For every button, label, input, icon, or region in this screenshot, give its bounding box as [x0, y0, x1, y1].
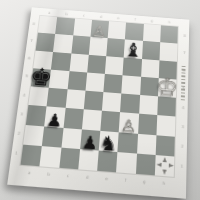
square-a6 — [33, 50, 53, 69]
square-e4 — [102, 92, 122, 112]
file-label-bottom-c: c — [67, 174, 70, 179]
square-e6 — [105, 56, 124, 75]
vinyl-chessboard-sheet: abcdefgh abcdefgh 87654321 87654321 ♙♝♚♔… — [7, 7, 189, 198]
rank-label-right-1: 1 — [180, 165, 183, 169]
square-h5: ♔ — [158, 78, 177, 98]
rank-label-right-4: 4 — [182, 106, 185, 110]
square-c7 — [71, 36, 90, 55]
square-g1 — [135, 153, 155, 175]
square-a4 — [28, 86, 49, 106]
file-label-bottom-g: g — [143, 180, 146, 185]
square-f8 — [125, 23, 143, 41]
square-d4 — [84, 91, 104, 111]
square-a7 — [36, 33, 56, 52]
square-f4 — [120, 93, 139, 113]
square-c3 — [63, 108, 83, 129]
square-d2: ♟ — [80, 129, 100, 150]
square-e3 — [100, 111, 120, 132]
square-g2 — [137, 133, 157, 154]
square-h3 — [156, 115, 175, 136]
square-h4 — [157, 96, 176, 116]
square-e7 — [106, 38, 125, 57]
square-g4 — [139, 95, 158, 115]
rank-label-left-7: 7 — [30, 39, 33, 43]
square-a1 — [21, 144, 43, 166]
rank-label-left-8: 8 — [32, 22, 35, 26]
rank-label-left-4: 4 — [23, 93, 26, 97]
rank-labels-right: 87654321 — [179, 27, 187, 178]
rank-label-left-1: 1 — [15, 152, 18, 156]
square-c4 — [65, 89, 85, 109]
square-f3: ♙ — [119, 112, 139, 133]
square-f6 — [123, 57, 142, 76]
square-g8 — [143, 24, 161, 42]
file-label-bottom-a: a — [28, 171, 31, 176]
file-label-bottom-e: e — [105, 177, 108, 182]
file-label-top-c: c — [83, 14, 85, 18]
square-d5 — [85, 72, 105, 92]
square-c1 — [59, 147, 80, 169]
square-d7 — [89, 37, 108, 56]
square-b5 — [49, 69, 69, 89]
file-label-top-a: a — [48, 11, 51, 15]
square-b3: ♟ — [44, 107, 65, 128]
file-label-top-d: d — [100, 15, 103, 19]
square-b4 — [47, 88, 67, 108]
file-label-top-h: h — [168, 20, 171, 24]
square-c8 — [73, 19, 92, 37]
corner-logo-glyph-s: ♟ — [161, 168, 167, 175]
square-b7 — [53, 34, 72, 53]
file-label-top-f: f — [134, 18, 136, 22]
rank-label-left-5: 5 — [25, 75, 28, 79]
file-label-bottom-b: b — [47, 172, 50, 177]
square-a2 — [23, 124, 44, 145]
square-h6 — [159, 60, 177, 79]
edge-brand-text — [181, 66, 186, 101]
corner-logo-glyph-w: ♟ — [156, 162, 162, 168]
square-b1 — [40, 146, 61, 168]
square-d3 — [82, 110, 102, 131]
square-c6 — [69, 53, 89, 72]
file-label-bottom-d: d — [86, 175, 89, 180]
square-e8 — [108, 21, 127, 39]
square-a8 — [38, 16, 57, 34]
rank-label-right-2: 2 — [181, 145, 184, 149]
rank-label-left-6: 6 — [28, 57, 31, 61]
file-label-top-g: g — [151, 19, 154, 23]
square-f7: ♝ — [124, 40, 143, 59]
square-h8 — [160, 25, 178, 43]
square-g6 — [141, 59, 160, 78]
rank-label-left-2: 2 — [17, 132, 20, 136]
file-label-top-e: e — [117, 16, 120, 20]
square-b2 — [42, 126, 63, 147]
square-b6 — [51, 52, 71, 71]
square-c2 — [61, 127, 82, 148]
square-d6 — [87, 54, 106, 73]
square-f5 — [122, 75, 141, 95]
square-e5 — [103, 74, 122, 94]
square-f2 — [118, 132, 138, 153]
rank-label-left-3: 3 — [20, 112, 23, 116]
square-h7 — [159, 42, 177, 61]
square-h1: ♟♟♟♟ — [155, 155, 175, 177]
board: ♙♝♚♔♟♙♟♞♟♟♟♟ — [21, 16, 178, 177]
square-g5 — [140, 76, 159, 96]
file-label-bottom-f: f — [125, 178, 127, 182]
square-a5: ♚ — [31, 68, 51, 88]
rank-label-right-8: 8 — [184, 34, 186, 38]
corner-logo-glyph-e: ♟ — [167, 163, 173, 169]
square-d1 — [78, 149, 99, 171]
file-label-top-b: b — [65, 12, 68, 16]
square-c5 — [67, 71, 87, 91]
square-d8: ♙ — [90, 20, 109, 38]
corner-logo: ♟♟♟♟ — [156, 156, 174, 176]
square-a3 — [26, 105, 47, 126]
square-e2: ♞ — [99, 130, 119, 151]
square-b8 — [55, 17, 74, 35]
square-g7 — [142, 41, 160, 60]
square-f1 — [116, 152, 136, 174]
square-e1 — [97, 150, 118, 172]
photo-background: abcdefgh abcdefgh 87654321 87654321 ♙♝♚♔… — [0, 0, 200, 200]
file-label-bottom-h: h — [162, 181, 165, 186]
rank-label-right-7: 7 — [183, 51, 186, 55]
rank-label-right-3: 3 — [181, 125, 184, 129]
square-g3 — [138, 114, 157, 135]
square-h2 — [155, 135, 174, 156]
